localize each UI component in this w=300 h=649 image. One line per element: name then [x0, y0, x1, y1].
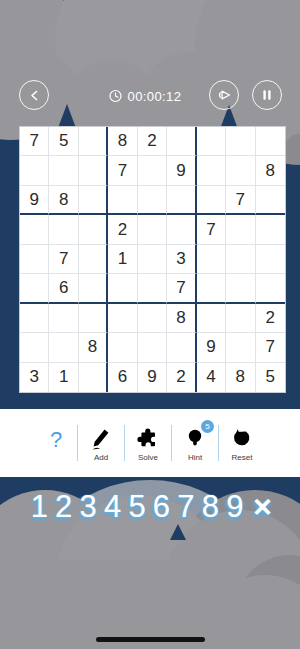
sudoku-cell[interactable] — [79, 304, 108, 333]
numpad-key-8[interactable]: 8 — [198, 483, 222, 531]
hint-label: Hint — [188, 453, 202, 462]
sudoku-cell[interactable]: 8 — [226, 363, 255, 392]
sudoku-cell[interactable]: 7 — [49, 245, 78, 274]
sudoku-cell[interactable] — [79, 215, 108, 244]
toolbar-divider — [124, 425, 125, 461]
sudoku-cell[interactable] — [226, 156, 255, 185]
sudoku-cell[interactable]: 3 — [167, 245, 196, 274]
sudoku-cell[interactable] — [138, 186, 167, 215]
numpad-key-6[interactable]: 6 — [149, 483, 173, 531]
sudoku-cell[interactable] — [138, 333, 167, 362]
number-pad: 123456789✕ — [0, 483, 300, 531]
help-question-icon: ? — [50, 427, 62, 453]
reset-label: Reset — [232, 453, 253, 462]
numpad-key-5[interactable]: 5 — [125, 483, 149, 531]
sudoku-cell[interactable] — [226, 274, 255, 303]
sudoku-cell[interactable]: 8 — [108, 127, 137, 156]
sudoku-cell[interactable] — [226, 304, 255, 333]
sudoku-cell[interactable]: 2 — [167, 363, 196, 392]
sudoku-cell[interactable]: 7 — [167, 274, 196, 303]
sudoku-cell[interactable]: 8 — [49, 186, 78, 215]
sudoku-cell[interactable] — [167, 215, 196, 244]
sudoku-cell[interactable] — [138, 245, 167, 274]
clock-icon — [108, 89, 122, 103]
sudoku-cell[interactable]: 3 — [20, 363, 49, 392]
sudoku-cell[interactable] — [79, 363, 108, 392]
sudoku-cell[interactable] — [167, 127, 196, 156]
sudoku-cell[interactable]: 5 — [256, 363, 285, 392]
numpad-key-4[interactable]: 4 — [100, 483, 124, 531]
hint-button[interactable]: 5 Hint — [173, 425, 217, 462]
sudoku-cell[interactable]: 2 — [256, 304, 285, 333]
sudoku-cell[interactable] — [226, 215, 255, 244]
sudoku-cell[interactable] — [20, 274, 49, 303]
toolbar: ? Add Solve 5 Hint Reset — [0, 409, 300, 477]
sudoku-cell[interactable] — [138, 215, 167, 244]
numpad-key-2[interactable]: 2 — [51, 483, 75, 531]
sudoku-cell[interactable] — [79, 156, 108, 185]
sudoku-cell[interactable]: 7 — [197, 215, 226, 244]
sudoku-cell[interactable] — [79, 245, 108, 274]
sudoku-cell[interactable] — [256, 186, 285, 215]
sudoku-cell[interactable]: 9 — [138, 363, 167, 392]
sudoku-cell[interactable] — [197, 274, 226, 303]
sudoku-cell[interactable] — [167, 186, 196, 215]
sound-button[interactable] — [209, 80, 239, 110]
sudoku-cell[interactable]: 9 — [197, 333, 226, 362]
timer: 00:00:12 — [108, 80, 181, 112]
sudoku-cell[interactable]: 2 — [108, 215, 137, 244]
sudoku-cell[interactable] — [49, 215, 78, 244]
sudoku-cell[interactable] — [108, 304, 137, 333]
numpad-key-7[interactable]: 7 — [174, 483, 198, 531]
solve-button[interactable]: Solve — [126, 425, 170, 462]
sudoku-cell[interactable] — [197, 304, 226, 333]
sudoku-cell[interactable]: 2 — [138, 127, 167, 156]
back-button[interactable] — [19, 80, 49, 110]
sudoku-cell[interactable] — [49, 304, 78, 333]
hint-count-badge: 5 — [201, 420, 214, 433]
pause-icon — [261, 89, 273, 101]
home-indicator[interactable] — [96, 637, 205, 642]
toolbar-divider — [218, 425, 219, 461]
sudoku-cell[interactable] — [138, 274, 167, 303]
sudoku-cell[interactable] — [167, 333, 196, 362]
sudoku-cell[interactable] — [226, 245, 255, 274]
sudoku-cell[interactable]: 1 — [49, 363, 78, 392]
sudoku-cell[interactable] — [20, 333, 49, 362]
sudoku-cell[interactable] — [256, 274, 285, 303]
sudoku-cell[interactable] — [108, 274, 137, 303]
sudoku-cell[interactable]: 6 — [108, 363, 137, 392]
timer-value: 00:00:12 — [127, 89, 181, 104]
sudoku-cell[interactable]: 6 — [49, 274, 78, 303]
chevron-left-icon — [29, 90, 40, 101]
sudoku-cell[interactable]: 7 — [226, 186, 255, 215]
numpad-key-1[interactable]: 1 — [27, 483, 51, 531]
sudoku-cell[interactable] — [256, 215, 285, 244]
help-button[interactable]: ? — [36, 427, 76, 459]
sudoku-cell[interactable] — [197, 156, 226, 185]
add-button[interactable]: Add — [79, 425, 123, 462]
sudoku-cell[interactable] — [49, 156, 78, 185]
numpad-key-3[interactable]: 3 — [76, 483, 100, 531]
puzzle-icon — [135, 425, 161, 451]
reset-icon — [229, 425, 255, 451]
sudoku-cell[interactable] — [256, 245, 285, 274]
sudoku-cell[interactable] — [108, 333, 137, 362]
sudoku-cell[interactable] — [79, 127, 108, 156]
sudoku-cell[interactable] — [226, 127, 255, 156]
numpad-key-9[interactable]: 9 — [223, 483, 247, 531]
sudoku-cell[interactable] — [20, 304, 49, 333]
speaker-icon — [214, 85, 234, 105]
sudoku-cell[interactable] — [256, 127, 285, 156]
reset-button[interactable]: Reset — [220, 425, 264, 462]
solve-label: Solve — [138, 453, 158, 462]
add-label: Add — [94, 453, 108, 462]
sudoku-cell[interactable]: 5 — [49, 127, 78, 156]
sudoku-cell[interactable]: 8 — [79, 333, 108, 362]
toolbar-divider — [77, 425, 78, 461]
sudoku-cell[interactable]: 7 — [256, 333, 285, 362]
pencil-icon — [88, 425, 114, 451]
sudoku-cell[interactable]: 8 — [256, 156, 285, 185]
sudoku-cell[interactable]: 8 — [167, 304, 196, 333]
sudoku-cell[interactable] — [108, 186, 137, 215]
sudoku-cell[interactable]: 9 — [20, 186, 49, 215]
sudoku-grid: 758279898727713678289731692485 — [19, 126, 286, 393]
sudoku-cell[interactable] — [49, 333, 78, 362]
sudoku-cell[interactable] — [197, 186, 226, 215]
pause-button[interactable] — [252, 80, 282, 110]
numpad-close-button[interactable]: ✕ — [252, 483, 273, 531]
sudoku-cell[interactable]: 4 — [197, 363, 226, 392]
sudoku-cell[interactable] — [20, 156, 49, 185]
sudoku-cell[interactable] — [226, 333, 255, 362]
sudoku-cell[interactable] — [138, 156, 167, 185]
sudoku-cell[interactable]: 7 — [108, 156, 137, 185]
sudoku-cell[interactable] — [197, 127, 226, 156]
header: 00:00:12 — [0, 80, 300, 112]
sudoku-cell[interactable] — [197, 245, 226, 274]
sudoku-cell[interactable] — [79, 274, 108, 303]
toolbar-divider — [171, 425, 172, 461]
sudoku-cell[interactable]: 7 — [20, 127, 49, 156]
sudoku-cell[interactable] — [138, 304, 167, 333]
sudoku-cell[interactable] — [20, 245, 49, 274]
sudoku-cell[interactable] — [20, 215, 49, 244]
sudoku-cell[interactable]: 9 — [167, 156, 196, 185]
sudoku-cell[interactable]: 1 — [108, 245, 137, 274]
sudoku-cell[interactable] — [79, 186, 108, 215]
